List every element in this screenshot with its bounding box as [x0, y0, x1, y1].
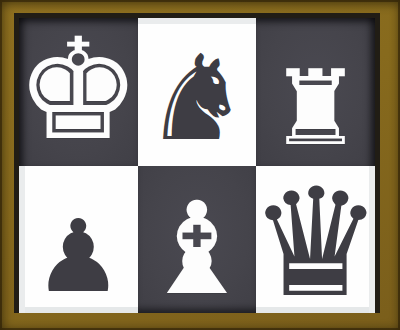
cell-top-right-dark: ♜ [256, 18, 375, 166]
black-pawn-piece: ♟ [34, 207, 124, 307]
cell-bottom-left-light: ♟ [19, 166, 138, 314]
cell-top-middle-light: ♞ [138, 18, 257, 166]
cell-bottom-right-light: ♛ [256, 166, 375, 314]
black-queen-piece: ♛ [256, 168, 375, 313]
wooden-frame: ♚ ♞ ♜ ♟ ♝ ♛ [0, 0, 400, 330]
white-rook-piece: ♜ [269, 56, 362, 160]
white-bishop-piece: ♝ [140, 185, 255, 313]
cell-top-left-dark: ♚ [19, 18, 138, 166]
cell-bottom-middle-dark: ♝ [138, 166, 257, 314]
chess-icon-board: ♚ ♞ ♜ ♟ ♝ ♛ [14, 13, 380, 313]
white-king-piece: ♚ [19, 20, 138, 160]
black-knight-piece: ♞ [144, 39, 250, 157]
